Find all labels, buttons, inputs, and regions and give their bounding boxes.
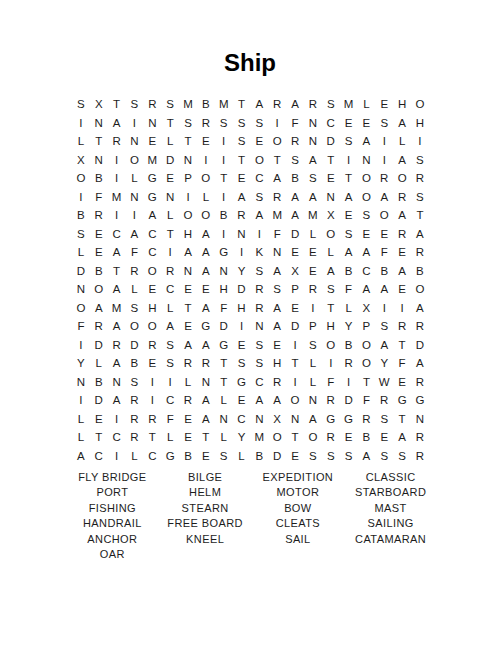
grid-cell-r17c14[interactable]: N bbox=[304, 391, 322, 410]
grid-cell-r17c3[interactable]: A bbox=[108, 391, 126, 410]
grid-cell-r4c16[interactable]: I bbox=[340, 151, 358, 170]
grid-cell-r15c14[interactable]: L bbox=[304, 354, 322, 373]
grid-cell-r16c13[interactable]: I bbox=[286, 373, 304, 392]
grid-cell-r10c9[interactable]: N bbox=[215, 262, 233, 281]
grid-cell-r13c13[interactable]: D bbox=[286, 317, 304, 336]
grid-cell-r11c18[interactable]: A bbox=[375, 280, 393, 299]
grid-cell-r7c13[interactable]: A bbox=[286, 206, 304, 225]
grid-cell-r11c15[interactable]: S bbox=[322, 280, 340, 299]
grid-cell-r18c16[interactable]: G bbox=[340, 410, 358, 429]
grid-cell-r8c16[interactable]: S bbox=[340, 225, 358, 244]
grid-cell-r8c1[interactable]: S bbox=[72, 225, 90, 244]
grid-cell-r6c12[interactable]: R bbox=[268, 188, 286, 207]
grid-cell-r15c20[interactable]: A bbox=[411, 354, 429, 373]
grid-cell-r14c16[interactable]: B bbox=[340, 336, 358, 355]
grid-cell-r4c2[interactable]: N bbox=[90, 151, 108, 170]
grid-cell-r16c20[interactable]: R bbox=[411, 373, 429, 392]
grid-cell-r18c2[interactable]: E bbox=[90, 410, 108, 429]
grid-cell-r4c9[interactable]: I bbox=[215, 151, 233, 170]
grid-cell-r10c15[interactable]: A bbox=[322, 262, 340, 281]
grid-cell-r3c16[interactable]: S bbox=[340, 132, 358, 151]
grid-cell-r1c20[interactable]: O bbox=[411, 95, 429, 114]
grid-cell-r10c3[interactable]: T bbox=[108, 262, 126, 281]
grid-cell-r20c12[interactable]: D bbox=[268, 447, 286, 466]
grid-cell-r10c8[interactable]: A bbox=[197, 262, 215, 281]
grid-cell-r20c6[interactable]: G bbox=[161, 447, 179, 466]
grid-cell-r3c11[interactable]: E bbox=[250, 132, 268, 151]
grid-cell-r4c1[interactable]: X bbox=[72, 151, 90, 170]
grid-cell-r20c10[interactable]: L bbox=[233, 447, 251, 466]
grid-cell-r20c2[interactable]: C bbox=[90, 447, 108, 466]
grid-cell-r15c1[interactable]: Y bbox=[72, 354, 90, 373]
grid-cell-r4c13[interactable]: S bbox=[286, 151, 304, 170]
grid-cell-r20c5[interactable]: C bbox=[143, 447, 161, 466]
grid-cell-r18c9[interactable]: N bbox=[215, 410, 233, 429]
grid-cell-r18c10[interactable]: C bbox=[233, 410, 251, 429]
grid-cell-r2c18[interactable]: S bbox=[375, 114, 393, 133]
grid-cell-r2c15[interactable]: C bbox=[322, 114, 340, 133]
grid-cell-r5c12[interactable]: A bbox=[268, 169, 286, 188]
grid-cell-r18c19[interactable]: T bbox=[393, 410, 411, 429]
grid-cell-r12c5[interactable]: H bbox=[143, 299, 161, 318]
grid-cell-r3c20[interactable]: I bbox=[411, 132, 429, 151]
grid-cell-r13c12[interactable]: A bbox=[268, 317, 286, 336]
grid-cell-r17c9[interactable]: L bbox=[215, 391, 233, 410]
grid-cell-r5c20[interactable]: R bbox=[411, 169, 429, 188]
grid-cell-r9c9[interactable]: G bbox=[215, 243, 233, 262]
grid-cell-r6c17[interactable]: O bbox=[358, 188, 376, 207]
grid-cell-r2c17[interactable]: E bbox=[358, 114, 376, 133]
grid-cell-r13c20[interactable]: R bbox=[411, 317, 429, 336]
grid-cell-r6c14[interactable]: A bbox=[304, 188, 322, 207]
grid-cell-r17c18[interactable]: R bbox=[375, 391, 393, 410]
grid-cell-r1c10[interactable]: T bbox=[233, 95, 251, 114]
grid-cell-r1c8[interactable]: B bbox=[197, 95, 215, 114]
grid-cell-r19c4[interactable]: R bbox=[126, 428, 144, 447]
grid-cell-r16c1[interactable]: N bbox=[72, 373, 90, 392]
grid-cell-r18c13[interactable]: N bbox=[286, 410, 304, 429]
grid-cell-r14c14[interactable]: S bbox=[304, 336, 322, 355]
grid-cell-r14c19[interactable]: T bbox=[393, 336, 411, 355]
grid-cell-r11c10[interactable]: D bbox=[233, 280, 251, 299]
grid-cell-r12c3[interactable]: M bbox=[108, 299, 126, 318]
grid-cell-r9c7[interactable]: A bbox=[179, 243, 197, 262]
grid-cell-r20c17[interactable]: A bbox=[358, 447, 376, 466]
grid-cell-r10c14[interactable]: E bbox=[304, 262, 322, 281]
grid-cell-r18c11[interactable]: N bbox=[250, 410, 268, 429]
grid-cell-r3c14[interactable]: N bbox=[304, 132, 322, 151]
grid-cell-r7c19[interactable]: A bbox=[393, 206, 411, 225]
grid-cell-r5c13[interactable]: B bbox=[286, 169, 304, 188]
grid-cell-r6c4[interactable]: N bbox=[126, 188, 144, 207]
grid-cell-r12c9[interactable]: F bbox=[215, 299, 233, 318]
grid-cell-r12c7[interactable]: T bbox=[179, 299, 197, 318]
grid-cell-r16c6[interactable]: I bbox=[161, 373, 179, 392]
grid-cell-r13c3[interactable]: A bbox=[108, 317, 126, 336]
grid-cell-r13c11[interactable]: N bbox=[250, 317, 268, 336]
grid-cell-r16c15[interactable]: F bbox=[322, 373, 340, 392]
grid-cell-r20c8[interactable]: E bbox=[197, 447, 215, 466]
grid-cell-r16c17[interactable]: T bbox=[358, 373, 376, 392]
grid-cell-r17c11[interactable]: A bbox=[250, 391, 268, 410]
grid-cell-r16c9[interactable]: T bbox=[215, 373, 233, 392]
grid-cell-r17c16[interactable]: D bbox=[340, 391, 358, 410]
grid-cell-r4c8[interactable]: I bbox=[197, 151, 215, 170]
grid-cell-r15c11[interactable]: S bbox=[250, 354, 268, 373]
grid-cell-r7c11[interactable]: A bbox=[250, 206, 268, 225]
grid-cell-r3c2[interactable]: T bbox=[90, 132, 108, 151]
grid-cell-r10c6[interactable]: R bbox=[161, 262, 179, 281]
grid-cell-r10c18[interactable]: B bbox=[375, 262, 393, 281]
grid-cell-r14c6[interactable]: S bbox=[161, 336, 179, 355]
grid-cell-r9c8[interactable]: A bbox=[197, 243, 215, 262]
grid-cell-r17c8[interactable]: A bbox=[197, 391, 215, 410]
grid-cell-r7c17[interactable]: S bbox=[358, 206, 376, 225]
grid-cell-r11c13[interactable]: P bbox=[286, 280, 304, 299]
grid-cell-r2c12[interactable]: I bbox=[268, 114, 286, 133]
grid-cell-r13c19[interactable]: R bbox=[393, 317, 411, 336]
grid-cell-r8c15[interactable]: O bbox=[322, 225, 340, 244]
grid-cell-r2c11[interactable]: S bbox=[250, 114, 268, 133]
grid-cell-r12c10[interactable]: H bbox=[233, 299, 251, 318]
grid-cell-r19c16[interactable]: E bbox=[340, 428, 358, 447]
grid-cell-r20c16[interactable]: S bbox=[340, 447, 358, 466]
grid-cell-r11c16[interactable]: F bbox=[340, 280, 358, 299]
grid-cell-r15c7[interactable]: R bbox=[179, 354, 197, 373]
grid-cell-r8c17[interactable]: E bbox=[358, 225, 376, 244]
grid-cell-r20c4[interactable]: L bbox=[126, 447, 144, 466]
grid-cell-r1c14[interactable]: R bbox=[304, 95, 322, 114]
grid-cell-r13c17[interactable]: P bbox=[358, 317, 376, 336]
grid-cell-r1c6[interactable]: S bbox=[161, 95, 179, 114]
grid-cell-r15c9[interactable]: T bbox=[215, 354, 233, 373]
grid-cell-r18c17[interactable]: R bbox=[358, 410, 376, 429]
grid-cell-r19c18[interactable]: E bbox=[375, 428, 393, 447]
grid-cell-r18c4[interactable]: R bbox=[126, 410, 144, 429]
grid-cell-r16c4[interactable]: S bbox=[126, 373, 144, 392]
grid-cell-r12c18[interactable]: I bbox=[375, 299, 393, 318]
grid-cell-r9c2[interactable]: E bbox=[90, 243, 108, 262]
grid-cell-r10c13[interactable]: X bbox=[286, 262, 304, 281]
grid-cell-r9c14[interactable]: E bbox=[304, 243, 322, 262]
grid-cell-r19c7[interactable]: E bbox=[179, 428, 197, 447]
grid-cell-r7c8[interactable]: O bbox=[197, 206, 215, 225]
grid-cell-r12c6[interactable]: L bbox=[161, 299, 179, 318]
grid-cell-r3c6[interactable]: L bbox=[161, 132, 179, 151]
grid-cell-r20c9[interactable]: S bbox=[215, 447, 233, 466]
grid-cell-r4c15[interactable]: T bbox=[322, 151, 340, 170]
grid-cell-r20c11[interactable]: B bbox=[250, 447, 268, 466]
grid-cell-r2c3[interactable]: A bbox=[108, 114, 126, 133]
grid-cell-r6c3[interactable]: M bbox=[108, 188, 126, 207]
grid-cell-r16c3[interactable]: N bbox=[108, 373, 126, 392]
grid-cell-r9c19[interactable]: E bbox=[393, 243, 411, 262]
grid-cell-r19c10[interactable]: Y bbox=[233, 428, 251, 447]
grid-cell-r5c9[interactable]: T bbox=[215, 169, 233, 188]
grid-cell-r14c17[interactable]: O bbox=[358, 336, 376, 355]
grid-cell-r13c5[interactable]: O bbox=[143, 317, 161, 336]
grid-cell-r3c7[interactable]: T bbox=[179, 132, 197, 151]
grid-cell-r6c6[interactable]: N bbox=[161, 188, 179, 207]
grid-cell-r3c3[interactable]: R bbox=[108, 132, 126, 151]
grid-cell-r15c13[interactable]: T bbox=[286, 354, 304, 373]
grid-cell-r15c3[interactable]: A bbox=[108, 354, 126, 373]
grid-cell-r8c13[interactable]: D bbox=[286, 225, 304, 244]
grid-cell-r17c5[interactable]: I bbox=[143, 391, 161, 410]
grid-cell-r16c14[interactable]: L bbox=[304, 373, 322, 392]
grid-cell-r15c4[interactable]: B bbox=[126, 354, 144, 373]
grid-cell-r14c15[interactable]: O bbox=[322, 336, 340, 355]
grid-cell-r5c15[interactable]: E bbox=[322, 169, 340, 188]
grid-cell-r4c12[interactable]: T bbox=[268, 151, 286, 170]
grid-cell-r3c15[interactable]: D bbox=[322, 132, 340, 151]
grid-cell-r10c2[interactable]: B bbox=[90, 262, 108, 281]
grid-cell-r13c15[interactable]: H bbox=[322, 317, 340, 336]
grid-cell-r11c3[interactable]: A bbox=[108, 280, 126, 299]
grid-cell-r14c10[interactable]: E bbox=[233, 336, 251, 355]
grid-cell-r19c12[interactable]: O bbox=[268, 428, 286, 447]
grid-cell-r14c4[interactable]: D bbox=[126, 336, 144, 355]
grid-cell-r12c12[interactable]: A bbox=[268, 299, 286, 318]
grid-cell-r18c3[interactable]: I bbox=[108, 410, 126, 429]
grid-cell-r12c1[interactable]: O bbox=[72, 299, 90, 318]
grid-cell-r12c8[interactable]: A bbox=[197, 299, 215, 318]
grid-cell-r2c6[interactable]: T bbox=[161, 114, 179, 133]
grid-cell-r7c6[interactable]: L bbox=[161, 206, 179, 225]
grid-cell-r10c5[interactable]: O bbox=[143, 262, 161, 281]
grid-cell-r13c18[interactable]: S bbox=[375, 317, 393, 336]
grid-cell-r14c13[interactable]: I bbox=[286, 336, 304, 355]
grid-cell-r13c8[interactable]: G bbox=[197, 317, 215, 336]
grid-cell-r18c7[interactable]: E bbox=[179, 410, 197, 429]
grid-cell-r17c6[interactable]: C bbox=[161, 391, 179, 410]
grid-cell-r14c18[interactable]: A bbox=[375, 336, 393, 355]
grid-cell-r12c15[interactable]: T bbox=[322, 299, 340, 318]
grid-cell-r20c13[interactable]: E bbox=[286, 447, 304, 466]
grid-cell-r6c18[interactable]: A bbox=[375, 188, 393, 207]
grid-cell-r13c2[interactable]: R bbox=[90, 317, 108, 336]
grid-cell-r6c16[interactable]: A bbox=[340, 188, 358, 207]
grid-cell-r19c8[interactable]: T bbox=[197, 428, 215, 447]
grid-cell-r3c8[interactable]: E bbox=[197, 132, 215, 151]
grid-cell-r6c13[interactable]: A bbox=[286, 188, 304, 207]
grid-cell-r13c10[interactable]: I bbox=[233, 317, 251, 336]
grid-cell-r3c1[interactable]: L bbox=[72, 132, 90, 151]
grid-cell-r4c5[interactable]: M bbox=[143, 151, 161, 170]
grid-cell-r19c11[interactable]: M bbox=[250, 428, 268, 447]
grid-cell-r19c2[interactable]: T bbox=[90, 428, 108, 447]
grid-cell-r15c16[interactable]: R bbox=[340, 354, 358, 373]
grid-cell-r19c3[interactable]: C bbox=[108, 428, 126, 447]
grid-cell-r7c16[interactable]: E bbox=[340, 206, 358, 225]
grid-cell-r15c12[interactable]: H bbox=[268, 354, 286, 373]
grid-cell-r17c1[interactable]: I bbox=[72, 391, 90, 410]
grid-cell-r1c19[interactable]: H bbox=[393, 95, 411, 114]
grid-cell-r11c1[interactable]: N bbox=[72, 280, 90, 299]
grid-cell-r11c14[interactable]: R bbox=[304, 280, 322, 299]
grid-cell-r12c14[interactable]: I bbox=[304, 299, 322, 318]
grid-cell-r13c14[interactable]: P bbox=[304, 317, 322, 336]
grid-cell-r12c17[interactable]: X bbox=[358, 299, 376, 318]
grid-cell-r4c11[interactable]: O bbox=[250, 151, 268, 170]
grid-cell-r11c9[interactable]: H bbox=[215, 280, 233, 299]
grid-cell-r1c5[interactable]: R bbox=[143, 95, 161, 114]
grid-cell-r20c19[interactable]: S bbox=[393, 447, 411, 466]
grid-cell-r4c14[interactable]: A bbox=[304, 151, 322, 170]
grid-cell-r16c10[interactable]: G bbox=[233, 373, 251, 392]
grid-cell-r15c5[interactable]: E bbox=[143, 354, 161, 373]
grid-cell-r1c7[interactable]: M bbox=[179, 95, 197, 114]
grid-cell-r4c19[interactable]: A bbox=[393, 151, 411, 170]
grid-cell-r7c15[interactable]: X bbox=[322, 206, 340, 225]
grid-cell-r4c6[interactable]: D bbox=[161, 151, 179, 170]
grid-cell-r2c5[interactable]: N bbox=[143, 114, 161, 133]
grid-cell-r5c14[interactable]: S bbox=[304, 169, 322, 188]
grid-cell-r6c10[interactable]: A bbox=[233, 188, 251, 207]
grid-cell-r15c18[interactable]: Y bbox=[375, 354, 393, 373]
grid-cell-r14c1[interactable]: I bbox=[72, 336, 90, 355]
grid-cell-r2c4[interactable]: I bbox=[126, 114, 144, 133]
grid-cell-r7c4[interactable]: I bbox=[126, 206, 144, 225]
grid-cell-r8c14[interactable]: L bbox=[304, 225, 322, 244]
grid-cell-r11c8[interactable]: E bbox=[197, 280, 215, 299]
grid-cell-r15c6[interactable]: S bbox=[161, 354, 179, 373]
grid-cell-r8c19[interactable]: R bbox=[393, 225, 411, 244]
grid-cell-r9c5[interactable]: C bbox=[143, 243, 161, 262]
grid-cell-r17c7[interactable]: R bbox=[179, 391, 197, 410]
grid-cell-r17c17[interactable]: F bbox=[358, 391, 376, 410]
grid-cell-r3c10[interactable]: S bbox=[233, 132, 251, 151]
grid-cell-r7c2[interactable]: R bbox=[90, 206, 108, 225]
grid-cell-r10c16[interactable]: B bbox=[340, 262, 358, 281]
grid-cell-r2c2[interactable]: N bbox=[90, 114, 108, 133]
grid-cell-r2c13[interactable]: F bbox=[286, 114, 304, 133]
grid-cell-r9c11[interactable]: K bbox=[250, 243, 268, 262]
grid-cell-r15c15[interactable]: I bbox=[322, 354, 340, 373]
grid-cell-r9c18[interactable]: F bbox=[375, 243, 393, 262]
grid-cell-r5c6[interactable]: E bbox=[161, 169, 179, 188]
grid-cell-r9c13[interactable]: E bbox=[286, 243, 304, 262]
grid-cell-r1c1[interactable]: S bbox=[72, 95, 90, 114]
grid-cell-r7c12[interactable]: M bbox=[268, 206, 286, 225]
grid-cell-r6c19[interactable]: R bbox=[393, 188, 411, 207]
grid-cell-r14c11[interactable]: S bbox=[250, 336, 268, 355]
grid-cell-r12c4[interactable]: S bbox=[126, 299, 144, 318]
grid-cell-r17c13[interactable]: O bbox=[286, 391, 304, 410]
grid-cell-r6c9[interactable]: I bbox=[215, 188, 233, 207]
grid-cell-r6c8[interactable]: L bbox=[197, 188, 215, 207]
grid-cell-r1c13[interactable]: A bbox=[286, 95, 304, 114]
grid-cell-r2c10[interactable]: S bbox=[233, 114, 251, 133]
grid-cell-r7c5[interactable]: A bbox=[143, 206, 161, 225]
grid-cell-r11c4[interactable]: L bbox=[126, 280, 144, 299]
grid-cell-r19c5[interactable]: T bbox=[143, 428, 161, 447]
grid-cell-r8c5[interactable]: C bbox=[143, 225, 161, 244]
grid-cell-r1c16[interactable]: M bbox=[340, 95, 358, 114]
grid-cell-r8c9[interactable]: I bbox=[215, 225, 233, 244]
grid-cell-r18c1[interactable]: L bbox=[72, 410, 90, 429]
grid-cell-r5c16[interactable]: T bbox=[340, 169, 358, 188]
grid-cell-r5c4[interactable]: L bbox=[126, 169, 144, 188]
grid-cell-r18c12[interactable]: X bbox=[268, 410, 286, 429]
grid-cell-r14c20[interactable]: D bbox=[411, 336, 429, 355]
grid-cell-r14c8[interactable]: A bbox=[197, 336, 215, 355]
grid-cell-r3c19[interactable]: L bbox=[393, 132, 411, 151]
grid-cell-r13c1[interactable]: F bbox=[72, 317, 90, 336]
grid-cell-r13c16[interactable]: Y bbox=[340, 317, 358, 336]
grid-cell-r2c16[interactable]: E bbox=[340, 114, 358, 133]
grid-cell-r19c17[interactable]: B bbox=[358, 428, 376, 447]
grid-cell-r1c17[interactable]: L bbox=[358, 95, 376, 114]
grid-cell-r8c12[interactable]: F bbox=[268, 225, 286, 244]
grid-cell-r3c4[interactable]: N bbox=[126, 132, 144, 151]
grid-cell-r19c1[interactable]: L bbox=[72, 428, 90, 447]
grid-cell-r11c12[interactable]: S bbox=[268, 280, 286, 299]
grid-cell-r1c15[interactable]: S bbox=[322, 95, 340, 114]
grid-cell-r19c13[interactable]: T bbox=[286, 428, 304, 447]
grid-cell-r11c17[interactable]: A bbox=[358, 280, 376, 299]
grid-cell-r14c9[interactable]: G bbox=[215, 336, 233, 355]
grid-cell-r20c15[interactable]: S bbox=[322, 447, 340, 466]
grid-cell-r19c6[interactable]: L bbox=[161, 428, 179, 447]
grid-cell-r5c3[interactable]: I bbox=[108, 169, 126, 188]
grid-cell-r17c19[interactable]: G bbox=[393, 391, 411, 410]
grid-cell-r18c18[interactable]: S bbox=[375, 410, 393, 429]
grid-cell-r19c9[interactable]: L bbox=[215, 428, 233, 447]
grid-cell-r2c19[interactable]: A bbox=[393, 114, 411, 133]
grid-cell-r2c14[interactable]: N bbox=[304, 114, 322, 133]
grid-cell-r4c7[interactable]: N bbox=[179, 151, 197, 170]
grid-cell-r7c3[interactable]: I bbox=[108, 206, 126, 225]
grid-cell-r8c18[interactable]: E bbox=[375, 225, 393, 244]
grid-cell-r1c4[interactable]: S bbox=[126, 95, 144, 114]
grid-cell-r11c7[interactable]: E bbox=[179, 280, 197, 299]
grid-cell-r8c8[interactable]: A bbox=[197, 225, 215, 244]
grid-cell-r6c20[interactable]: S bbox=[411, 188, 429, 207]
grid-cell-r9c4[interactable]: F bbox=[126, 243, 144, 262]
grid-cell-r20c20[interactable]: R bbox=[411, 447, 429, 466]
grid-cell-r8c7[interactable]: H bbox=[179, 225, 197, 244]
grid-cell-r20c14[interactable]: S bbox=[304, 447, 322, 466]
grid-cell-r1c11[interactable]: A bbox=[250, 95, 268, 114]
grid-cell-r10c1[interactable]: D bbox=[72, 262, 90, 281]
grid-cell-r17c20[interactable]: G bbox=[411, 391, 429, 410]
grid-cell-r1c12[interactable]: R bbox=[268, 95, 286, 114]
grid-cell-r7c7[interactable]: O bbox=[179, 206, 197, 225]
grid-cell-r3c12[interactable]: O bbox=[268, 132, 286, 151]
grid-cell-r5c11[interactable]: C bbox=[250, 169, 268, 188]
grid-cell-r8c10[interactable]: N bbox=[233, 225, 251, 244]
grid-cell-r4c3[interactable]: I bbox=[108, 151, 126, 170]
grid-cell-r18c15[interactable]: G bbox=[322, 410, 340, 429]
grid-cell-r7c14[interactable]: M bbox=[304, 206, 322, 225]
grid-cell-r11c20[interactable]: O bbox=[411, 280, 429, 299]
grid-cell-r17c10[interactable]: E bbox=[233, 391, 251, 410]
grid-cell-r2c8[interactable]: R bbox=[197, 114, 215, 133]
grid-cell-r7c10[interactable]: R bbox=[233, 206, 251, 225]
grid-cell-r20c7[interactable]: B bbox=[179, 447, 197, 466]
grid-cell-r6c15[interactable]: N bbox=[322, 188, 340, 207]
grid-cell-r11c5[interactable]: E bbox=[143, 280, 161, 299]
grid-cell-r5c7[interactable]: P bbox=[179, 169, 197, 188]
grid-cell-r20c18[interactable]: S bbox=[375, 447, 393, 466]
grid-cell-r17c15[interactable]: R bbox=[322, 391, 340, 410]
grid-cell-r6c5[interactable]: G bbox=[143, 188, 161, 207]
grid-cell-r16c2[interactable]: B bbox=[90, 373, 108, 392]
grid-cell-r2c7[interactable]: S bbox=[179, 114, 197, 133]
grid-cell-r6c7[interactable]: I bbox=[179, 188, 197, 207]
grid-cell-r11c6[interactable]: C bbox=[161, 280, 179, 299]
